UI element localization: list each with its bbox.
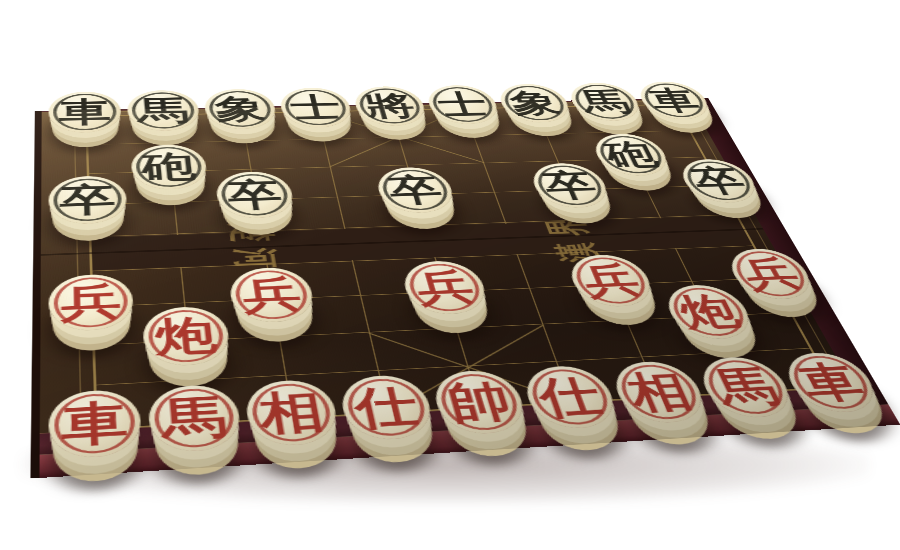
piece-glyph: 卒 <box>225 178 284 212</box>
pieces-layer: 車馬象士將士象馬車砲砲卒卒卒卒卒兵兵兵兵兵炮炮車馬相仕帥仕相馬車 <box>35 98 708 111</box>
piece-glyph: 仕 <box>533 374 608 420</box>
piece-glyph: 兵 <box>577 262 646 300</box>
piece-glyph: 車 <box>61 399 129 449</box>
piece-glyph: 馬 <box>137 96 191 125</box>
piece-glyph: 仕 <box>351 384 423 431</box>
piece-glyph: 卒 <box>538 169 601 201</box>
piece-glyph: 兵 <box>735 255 806 292</box>
piece-black-soldier[interactable]: 卒 <box>49 175 128 225</box>
piece-glyph: 象 <box>505 89 563 117</box>
piece-glyph: 車 <box>59 97 112 126</box>
piece-glyph: 兵 <box>60 282 122 323</box>
piece-glyph: 卒 <box>385 173 446 206</box>
piece-glyph: 馬 <box>575 88 634 115</box>
piece-glyph: 車 <box>644 87 704 114</box>
piece-glyph: 兵 <box>412 268 479 307</box>
piece-glyph: 車 <box>792 360 870 404</box>
piece-glyph: 相 <box>256 388 327 436</box>
piece-glyph: 象 <box>213 95 268 124</box>
piece-red-soldier[interactable]: 兵 <box>49 273 135 332</box>
piece-black-chariot[interactable]: 車 <box>49 91 123 133</box>
piece-glyph: 馬 <box>708 365 785 410</box>
piece-glyph: 馬 <box>160 394 229 443</box>
piece-glyph: 炮 <box>673 292 745 332</box>
piece-glyph: 炮 <box>154 314 219 357</box>
piece-glyph: 士 <box>288 93 344 121</box>
photo-stage: 楚河 漢界 車馬象士將士象馬車砲砲卒卒卒卒卒兵兵兵兵兵炮炮車馬相仕帥仕相馬車 <box>0 0 900 550</box>
xiangqi-board: 楚河 漢界 車馬象士將士象馬車砲砲卒卒卒卒卒兵兵兵兵兵炮炮車馬相仕帥仕相馬車 <box>30 98 900 479</box>
piece-glyph: 兵 <box>240 275 304 315</box>
piece-glyph: 帥 <box>443 379 516 426</box>
piece-glyph: 士 <box>434 91 491 119</box>
piece-glyph: 砲 <box>600 140 662 170</box>
piece-glyph: 卒 <box>687 165 752 196</box>
piece-glyph: 將 <box>362 92 419 120</box>
piece-glyph: 砲 <box>141 151 198 183</box>
piece-glyph: 卒 <box>59 183 116 218</box>
piece-glyph: 相 <box>621 369 697 414</box>
